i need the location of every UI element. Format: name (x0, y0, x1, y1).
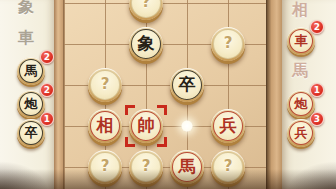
piece-face: 相 (90, 111, 120, 141)
piece-face: 馬 (19, 59, 43, 83)
tray-red-horse-depleted: 馬 (289, 60, 311, 82)
board-frame-left (54, 0, 64, 189)
piece-face: ? (131, 0, 161, 18)
piece-face: 炮 (19, 92, 43, 116)
piece-face: ? (90, 152, 120, 182)
tray-black-elephant-depleted: 象 (15, 0, 37, 18)
hidden-piece[interactable]: ? (129, 0, 163, 20)
red-general-piece-selected[interactable]: 帥 (129, 109, 163, 143)
count-badge: 1 (310, 83, 324, 97)
red-reserve-tray: 相 車 2 馬 炮 1 兵 3 (282, 0, 336, 189)
piece-face: 兵 (213, 111, 243, 141)
piece-face: 兵 (289, 121, 313, 145)
piece-face: ? (131, 152, 161, 182)
piece-face: ? (90, 70, 120, 100)
black-soldier-piece[interactable]: 卒 (170, 68, 204, 102)
hidden-piece[interactable]: ? (129, 150, 163, 184)
selection-bracket-corner (157, 137, 167, 147)
piece-face: 帥 (131, 111, 161, 141)
piece-face: 車 (289, 29, 313, 53)
jieqi-game-screen: 象 車 馬 2 炮 2 卒 1 ? 象 (0, 0, 336, 189)
count-badge: 2 (40, 83, 54, 97)
move-target-dot[interactable] (181, 120, 193, 132)
piece-face: 卒 (172, 70, 202, 100)
piece-face: 炮 (289, 92, 313, 116)
hidden-piece[interactable]: ? (211, 150, 245, 184)
piece-face: 象 (131, 29, 161, 59)
red-elephant-piece[interactable]: 相 (88, 109, 122, 143)
xiangqi-board[interactable]: ? 象 ? ? 卒 相 帥 兵 ? ? 馬 ? (64, 0, 266, 189)
hidden-piece[interactable]: ? (88, 68, 122, 102)
count-badge: 1 (40, 112, 54, 126)
hidden-piece[interactable]: ? (88, 150, 122, 184)
tray-black-chariot-depleted: 車 (15, 27, 37, 49)
tray-black-soldier: 卒 1 (17, 119, 45, 147)
red-horse-piece[interactable]: 馬 (170, 150, 204, 184)
tray-black-horse: 馬 2 (17, 57, 45, 85)
black-reserve-tray: 象 車 馬 2 炮 2 卒 1 (0, 0, 54, 189)
board-frame-right (266, 0, 282, 189)
piece-face: 卒 (19, 121, 43, 145)
piece-face: ? (213, 152, 243, 182)
tray-red-soldier: 兵 3 (287, 119, 315, 147)
count-badge: 2 (310, 20, 324, 34)
tray-red-chariot: 車 2 (287, 27, 315, 55)
count-badge: 2 (40, 50, 54, 64)
tray-red-elephant-depleted: 相 (289, 0, 311, 21)
piece-face: ? (213, 29, 243, 59)
black-elephant-piece[interactable]: 象 (129, 27, 163, 61)
hidden-piece[interactable]: ? (211, 27, 245, 61)
piece-face: 馬 (172, 152, 202, 182)
count-badge: 3 (310, 112, 324, 126)
red-soldier-piece[interactable]: 兵 (211, 109, 245, 143)
